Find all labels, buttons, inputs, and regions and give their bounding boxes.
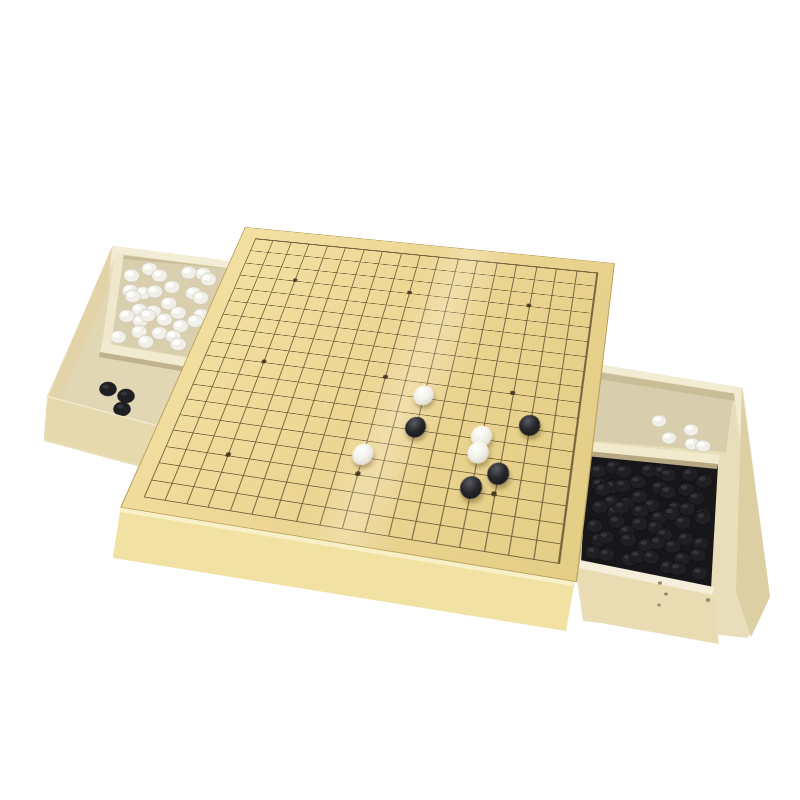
- tray-stone-highlight: [103, 384, 109, 388]
- tray-stone-highlight: [159, 315, 166, 320]
- tray-stone-highlight: [662, 562, 668, 566]
- tray-stone-highlight: [687, 440, 694, 445]
- tray-stone-highlight: [646, 553, 652, 557]
- tray-stone-highlight: [203, 275, 210, 280]
- tray-stone-highlight: [168, 332, 175, 337]
- wood-knot: [658, 581, 662, 585]
- tray-stone-black: [674, 516, 691, 530]
- tray-stone-highlight: [597, 485, 603, 489]
- tray-stone-highlight: [154, 271, 161, 276]
- tray-stone-black: [597, 530, 614, 544]
- tray-stone-highlight: [134, 327, 141, 332]
- tray-stone-highlight: [695, 539, 701, 543]
- wood-knot: [664, 592, 668, 595]
- tray-stone-highlight: [608, 462, 614, 466]
- tray-stone-black: [679, 502, 696, 516]
- tray-stone-highlight: [144, 264, 151, 269]
- tray-stone-highlight: [154, 329, 161, 334]
- tray-stone-highlight: [173, 340, 180, 345]
- tray-stone-highlight: [692, 550, 698, 554]
- tray-stone-highlight: [653, 538, 659, 542]
- tray-stone-black: [691, 566, 708, 580]
- tray-stone-highlight: [127, 292, 134, 297]
- tray-stone-highlight: [667, 542, 673, 546]
- tray-stone-highlight: [686, 426, 693, 431]
- tray-stone-highlight: [173, 308, 180, 313]
- tray-stone-highlight: [134, 305, 141, 310]
- tray-stone-highlight: [698, 442, 705, 447]
- tray-stone-black: [664, 540, 681, 554]
- tray-stone-highlight: [616, 503, 622, 507]
- tray-stone-highlight: [677, 518, 683, 522]
- tray-stone-black: [642, 550, 659, 564]
- tray-stone-highlight: [601, 550, 607, 554]
- tray-stone-black: [619, 533, 636, 547]
- tray-stone-black: [629, 475, 646, 489]
- tray-stone-highlight: [188, 289, 195, 294]
- tray-stone-highlight: [623, 535, 629, 539]
- tray-stone-highlight: [654, 483, 660, 487]
- tray-stone-black: [586, 519, 603, 533]
- tray-stone-black: [598, 548, 615, 562]
- tray-stone-highlight: [634, 519, 640, 523]
- tray-stone-highlight: [140, 337, 147, 342]
- tray-stone-black: [669, 562, 686, 576]
- tray-stone-highlight: [126, 271, 133, 276]
- tray-stone-highlight: [121, 391, 127, 395]
- tray-stone-highlight: [699, 477, 705, 481]
- wood-knot: [706, 598, 711, 602]
- tray-stone-black: [689, 548, 706, 562]
- tray-stone-highlight: [641, 541, 647, 545]
- tray-stone-black: [100, 382, 117, 396]
- tray-stone-highlight: [589, 521, 595, 525]
- tray-stone-highlight: [634, 492, 640, 496]
- tray-stone-highlight: [680, 534, 686, 538]
- tray-stone-highlight: [618, 467, 624, 471]
- tray-stone-black: [118, 389, 135, 403]
- wood-knot: [657, 603, 661, 606]
- tray-stone-highlight: [190, 316, 197, 321]
- tray-stone-highlight: [673, 564, 679, 568]
- tray-stone-highlight: [611, 517, 617, 521]
- tray-stone-highlight: [621, 527, 627, 531]
- tray-stone-highlight: [142, 311, 149, 316]
- tray-stone-highlight: [149, 287, 156, 292]
- tray-stone-highlight: [113, 332, 120, 337]
- tray-stone-highlight: [117, 404, 123, 408]
- tray-stone-highlight: [698, 514, 704, 518]
- tray-stone-black: [614, 479, 631, 493]
- tray-stone-highlight: [646, 501, 652, 505]
- tray-stone-highlight: [643, 466, 649, 470]
- tray-stone-highlight: [694, 569, 700, 573]
- tray-stone-highlight: [650, 523, 656, 527]
- tray-stone-black: [631, 504, 648, 518]
- tray-stone-highlight: [632, 477, 638, 481]
- tray-stone-highlight: [635, 507, 641, 511]
- tray-stone-highlight: [175, 321, 182, 326]
- tray-stone-highlight: [588, 548, 594, 552]
- tray-stone-highlight: [666, 509, 672, 513]
- tray-stone-highlight: [632, 552, 638, 556]
- tray-stone-black: [114, 402, 131, 416]
- tray-stone-highlight: [654, 417, 661, 422]
- tray-stone-highlight: [653, 513, 659, 517]
- tray-stone-black: [631, 517, 648, 531]
- tray-stone-highlight: [663, 470, 669, 474]
- tray-stone-black: [613, 500, 630, 514]
- tray-stone-black: [615, 464, 632, 478]
- tray-stone-highlight: [617, 481, 623, 485]
- tray-stone-highlight: [682, 504, 688, 508]
- tray-stone-black: [694, 511, 711, 525]
- tray-stone-highlight: [664, 434, 671, 439]
- tray-stone-highlight: [183, 268, 190, 273]
- tray-stone-highlight: [166, 282, 173, 287]
- tray-stone-highlight: [594, 502, 600, 506]
- right-drawer: [568, 364, 770, 644]
- tray-stone-highlight: [606, 497, 612, 501]
- tray-stone-highlight: [662, 488, 668, 492]
- tray-stone-highlight: [601, 533, 607, 537]
- tray-stone-highlight: [677, 554, 683, 558]
- tray-stone-black: [591, 500, 608, 514]
- tray-stone-highlight: [681, 485, 687, 489]
- tray-stone-black: [590, 464, 607, 478]
- tray-stone-black: [594, 483, 611, 497]
- tray-stone-highlight: [684, 470, 690, 474]
- right-drawer-right-wall-outer: [736, 388, 770, 637]
- tray-stone-highlight: [195, 293, 202, 298]
- tray-stone-highlight: [593, 467, 599, 471]
- tray-stone-highlight: [659, 530, 665, 534]
- tray-stone-highlight: [163, 299, 170, 304]
- tray-stone-black: [659, 485, 676, 499]
- tray-stone-black: [696, 474, 713, 488]
- tray-stone-highlight: [121, 311, 128, 316]
- scene: [0, 0, 800, 800]
- tray-stone-black: [660, 468, 677, 482]
- tray-stone-highlight: [691, 494, 697, 498]
